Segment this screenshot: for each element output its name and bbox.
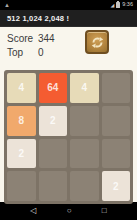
board[interactable]: 46448222	[4, 70, 133, 204]
signal-icon: ◢	[110, 3, 114, 8]
tile-8: 8	[7, 106, 36, 136]
refresh-icon	[90, 35, 105, 50]
home-icon[interactable]: ○	[67, 207, 72, 215]
tile-2: 2	[7, 139, 36, 169]
back-icon[interactable]: ◁	[30, 207, 36, 215]
game-area: Score 344 Top 0 46448222	[0, 27, 137, 202]
recents-icon[interactable]: □	[102, 207, 107, 215]
clock-text: 9:36	[122, 2, 133, 8]
empty-cell	[70, 139, 99, 169]
empty-cell	[102, 73, 131, 103]
battery-icon	[116, 2, 120, 8]
score-label: Score	[7, 32, 38, 46]
top-score-value: 0	[38, 46, 44, 60]
empty-cell	[39, 139, 68, 169]
restart-button[interactable]	[85, 30, 109, 54]
empty-cell	[102, 139, 131, 169]
warning-icon: ▲	[4, 2, 10, 8]
status-bar-right: ◢ 9:36	[110, 2, 133, 8]
app-title-bar: 512 1,024 2,048 !	[0, 10, 137, 27]
empty-cell	[70, 106, 99, 136]
empty-cell	[102, 106, 131, 136]
tile-4: 4	[70, 73, 99, 103]
tile-64: 64	[39, 73, 68, 103]
status-bar: ▲ ◢ 9:36	[0, 0, 137, 10]
empty-cell	[7, 171, 36, 201]
score-row: Score 344	[7, 32, 137, 46]
android-nav-bar: ◁ ○ □	[0, 202, 137, 220]
top-score-label: Top	[7, 46, 38, 60]
tile-4: 4	[7, 73, 36, 103]
tile-2: 2	[102, 171, 131, 201]
tile-2: 2	[39, 106, 68, 136]
scoreboard: Score 344 Top 0	[0, 27, 137, 65]
top-score-row: Top 0	[7, 46, 137, 60]
empty-cell	[70, 171, 99, 201]
score-value: 344	[38, 32, 55, 46]
empty-cell	[39, 171, 68, 201]
phone-screen: ▲ ◢ 9:36 512 1,024 2,048 ! Score 344 Top…	[0, 0, 137, 220]
app-title: 512 1,024 2,048 !	[7, 14, 69, 23]
